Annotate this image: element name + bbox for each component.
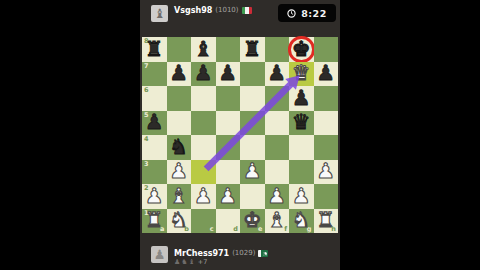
piece-white-pawn-c2: ♟ (191, 184, 216, 209)
square-c8[interactable]: ♝ (191, 37, 216, 62)
top-player-rating: (1010) (215, 6, 238, 15)
piece-black-pawn-c7: ♟ (191, 62, 216, 87)
piece-white-pawn-h3: ♟ (314, 160, 339, 185)
piece-white-bishop-f1: ♝ (265, 209, 290, 234)
file-label-d: d (233, 226, 238, 233)
piece-white-pawn-a2: ♟ (142, 184, 167, 209)
square-g5[interactable]: ♛ (289, 111, 314, 136)
square-e3[interactable]: ♟ (240, 160, 265, 185)
square-g4[interactable] (289, 135, 314, 160)
square-e4[interactable] (240, 135, 265, 160)
top-player-clock: 8:22 (278, 4, 336, 22)
rank-label-4: 4 (144, 136, 149, 143)
check-circle-annotation (288, 36, 315, 63)
square-e7[interactable] (240, 62, 265, 87)
piece-white-pawn-e3: ♟ (240, 160, 265, 185)
rank-label-7: 7 (144, 63, 149, 70)
square-b3[interactable]: ♟ (167, 160, 192, 185)
square-h6[interactable] (314, 86, 339, 111)
top-player-name[interactable]: Vsgsh98 (174, 6, 212, 15)
square-g1[interactable]: g♞ (289, 209, 314, 234)
bottom-player-bar[interactable]: ♟ MrChess971 (1029) ♟♞♝+7 9:19 (140, 233, 340, 270)
square-h2[interactable] (314, 184, 339, 209)
square-d8[interactable] (216, 37, 241, 62)
square-c6[interactable] (191, 86, 216, 111)
screen: ♝ Vsgsh98 (1010) 8:22 8♜♝♜♚7♟♟♟♟♛♟6♟5♟♛4… (0, 0, 480, 270)
square-a5[interactable]: 5♟ (142, 111, 167, 136)
piece-black-pawn-f7: ♟ (265, 62, 290, 87)
square-c2[interactable]: ♟ (191, 184, 216, 209)
top-player-bar[interactable]: ♝ Vsgsh98 (1010) 8:22 (140, 0, 340, 37)
square-h1[interactable]: h♜ (314, 209, 339, 234)
square-a3[interactable]: 3 (142, 160, 167, 185)
square-g8[interactable]: ♚ (289, 37, 314, 62)
square-h4[interactable] (314, 135, 339, 160)
clock-icon (287, 9, 296, 18)
square-f7[interactable]: ♟ (265, 62, 290, 87)
top-clock-time: 8:22 (301, 8, 327, 19)
piece-white-pawn-g2: ♟ (289, 184, 314, 209)
chess-app-window: ♝ Vsgsh98 (1010) 8:22 8♜♝♜♚7♟♟♟♟♛♟6♟5♟♛4… (140, 0, 340, 270)
square-e8[interactable]: ♜ (240, 37, 265, 62)
piece-white-rook-a1: ♜ (142, 209, 167, 234)
piece-white-knight-g1: ♞ (289, 209, 314, 234)
piece-black-pawn-a5: ♟ (142, 111, 167, 136)
piece-white-king-e1: ♚ (240, 209, 265, 234)
square-e5[interactable] (240, 111, 265, 136)
piece-black-rook-a8: ♜ (142, 37, 167, 62)
square-f4[interactable] (265, 135, 290, 160)
square-d7[interactable]: ♟ (216, 62, 241, 87)
square-b6[interactable] (167, 86, 192, 111)
piece-black-pawn-h7: ♟ (314, 62, 339, 87)
piece-white-pawn-f2: ♟ (265, 184, 290, 209)
square-b2[interactable]: ♝ (167, 184, 192, 209)
square-d2[interactable]: ♟ (216, 184, 241, 209)
captured-bishop-icon: ♝ (189, 259, 195, 266)
piece-white-bishop-b2: ♝ (167, 184, 192, 209)
captured-pieces-row: ♟♞♝+7 (174, 259, 207, 266)
square-g7[interactable]: ♛ (289, 62, 314, 87)
square-e2[interactable] (240, 184, 265, 209)
piece-black-bishop-c8: ♝ (191, 37, 216, 62)
captured-knight-icon: ♞ (181, 259, 187, 266)
bottom-player-rating: (1029) (232, 249, 255, 258)
material-advantage: +7 (198, 259, 208, 266)
square-b5[interactable] (167, 111, 192, 136)
piece-white-pawn-d2: ♟ (216, 184, 241, 209)
square-f1[interactable]: f♝ (265, 209, 290, 234)
square-f2[interactable]: ♟ (265, 184, 290, 209)
square-g6[interactable]: ♟ (289, 86, 314, 111)
rank-label-6: 6 (144, 87, 149, 94)
piece-black-queen-g5: ♛ (289, 111, 314, 136)
rank-label-3: 3 (144, 161, 149, 168)
square-a2[interactable]: 2♟ (142, 184, 167, 209)
piece-white-queen-g7: ♛ (289, 62, 314, 87)
square-c3[interactable] (191, 160, 216, 185)
square-b7[interactable]: ♟ (167, 62, 192, 87)
chess-board[interactable]: 8♜♝♜♚7♟♟♟♟♛♟6♟5♟♛4♞3♟♟♟2♟♝♟♟♟♟1a♜b♞cde♚f… (142, 37, 338, 233)
piece-black-pawn-b7: ♟ (167, 62, 192, 87)
square-f8[interactable] (265, 37, 290, 62)
square-d6[interactable] (216, 86, 241, 111)
square-c4[interactable] (191, 135, 216, 160)
piece-white-knight-b1: ♞ (167, 209, 192, 234)
bottom-player-nameline: MrChess971 (1029) (174, 249, 268, 258)
captured-pawn-icon: ♟ (174, 259, 180, 266)
square-c1[interactable]: c (191, 209, 216, 234)
square-a6[interactable]: 6 (142, 86, 167, 111)
piece-black-knight-b4: ♞ (167, 135, 192, 160)
bottom-player-name[interactable]: MrChess971 (174, 249, 229, 258)
piece-white-pawn-b3: ♟ (167, 160, 192, 185)
square-b4[interactable]: ♞ (167, 135, 192, 160)
file-label-c: c (210, 226, 214, 233)
square-e1[interactable]: e♚ (240, 209, 265, 234)
top-player-nameline: Vsgsh98 (1010) (174, 6, 252, 15)
square-b8[interactable] (167, 37, 192, 62)
square-g2[interactable]: ♟ (289, 184, 314, 209)
pakistan-flag-icon (258, 250, 268, 257)
piece-white-rook-h1: ♜ (314, 209, 339, 234)
square-f5[interactable] (265, 111, 290, 136)
square-g3[interactable] (289, 160, 314, 185)
square-c7[interactable]: ♟ (191, 62, 216, 87)
square-h3[interactable]: ♟ (314, 160, 339, 185)
piece-black-pawn-g6: ♟ (289, 86, 314, 111)
piece-black-rook-e8: ♜ (240, 37, 265, 62)
bottom-player-avatar[interactable]: ♟ (151, 246, 168, 263)
square-h7[interactable]: ♟ (314, 62, 339, 87)
square-a1[interactable]: 1a♜ (142, 209, 167, 234)
square-h5[interactable] (314, 111, 339, 136)
square-d5[interactable] (216, 111, 241, 136)
square-e6[interactable] (240, 86, 265, 111)
square-d4[interactable] (216, 135, 241, 160)
square-d3[interactable] (216, 160, 241, 185)
italy-flag-icon (242, 7, 252, 14)
square-d1[interactable]: d (216, 209, 241, 234)
square-f6[interactable] (265, 86, 290, 111)
square-b1[interactable]: b♞ (167, 209, 192, 234)
square-f3[interactable] (265, 160, 290, 185)
piece-black-pawn-d7: ♟ (216, 62, 241, 87)
square-a4[interactable]: 4 (142, 135, 167, 160)
square-c5[interactable] (191, 111, 216, 136)
square-a7[interactable]: 7 (142, 62, 167, 87)
top-player-avatar[interactable]: ♝ (151, 5, 168, 22)
square-h8[interactable] (314, 37, 339, 62)
square-a8[interactable]: 8♜ (142, 37, 167, 62)
